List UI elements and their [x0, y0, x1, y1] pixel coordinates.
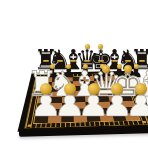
gold-collar-accent [112, 60, 118, 62]
gold-collar-accent [57, 60, 63, 62]
white-knight: ♞ [46, 67, 81, 102]
gold-ball-finial [135, 83, 147, 95]
gold-collar-accent [139, 60, 145, 62]
gold-ball-finial [66, 64, 71, 69]
gold-ball-finial [40, 83, 52, 95]
gold-collar-accent [125, 60, 131, 62]
gold-crown-accent [85, 44, 90, 49]
gold-ball-finial [50, 64, 55, 69]
gold-ball-finial [117, 64, 122, 69]
gold-collar-accent [70, 60, 76, 62]
gold-collar-accent [43, 60, 49, 62]
gold-crown-accent [124, 65, 132, 73]
gold-collar-accent [84, 60, 90, 62]
gold-crown-accent [98, 44, 103, 49]
pieces-layer: ♜♞♝♛♚♝♞♜♟♟♟♟♟♟♜♞♝♛♚♝♟♟♟♟♟ [0, 0, 148, 148]
gold-collar-accent [98, 60, 104, 62]
gold-ball-finial [134, 64, 139, 69]
gold-ball-finial [111, 83, 123, 95]
gold-ball-finial [83, 64, 88, 69]
gold-crown-accent [102, 65, 110, 73]
gold-ball-finial [88, 83, 100, 95]
chess-set-photo: ♜♞♝♛♚♝♞♜♟♟♟♟♟♟♜♞♝♛♚♝♟♟♟♟♟ [0, 0, 148, 148]
gold-ball-finial [64, 83, 76, 95]
